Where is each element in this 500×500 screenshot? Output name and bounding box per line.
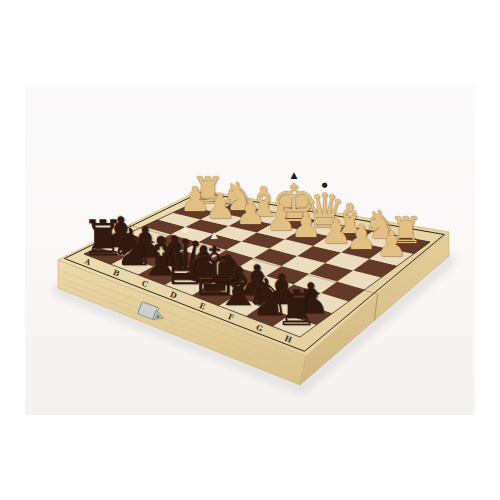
product-photo: ABCDEFGH ♜♞♝♛●♚▲♝♞♜♟♟♟♟♟♟♟♟♟♟♟♟♟♟♟♟♜♞♝♚▲… bbox=[0, 0, 500, 500]
chess-board: ABCDEFGH bbox=[0, 0, 500, 500]
